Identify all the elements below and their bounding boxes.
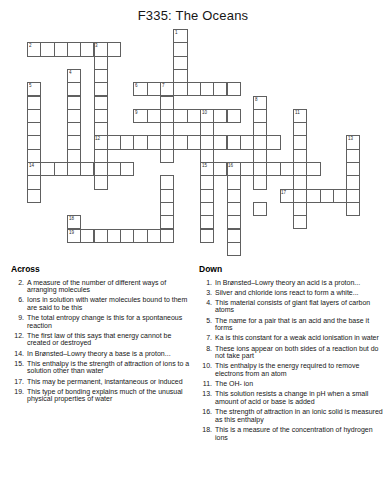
grid-cell[interactable]: 10: [200, 109, 214, 123]
grid-cell[interactable]: [173, 109, 187, 123]
clue-text: Ions in solution with water molecules bo…: [27, 296, 192, 311]
cell-clue-number: 7: [162, 83, 165, 88]
grid-cell[interactable]: [94, 149, 108, 163]
grid-cell[interactable]: 16: [227, 162, 241, 176]
grid-cell[interactable]: [160, 149, 174, 163]
clue-number-label: 17.: [9, 378, 24, 386]
grid-cell[interactable]: [80, 162, 94, 176]
grid-cell[interactable]: [147, 109, 161, 123]
clue-text: The OH- ion: [215, 380, 383, 388]
grid-cell[interactable]: [94, 162, 108, 176]
grid-cell[interactable]: [67, 162, 81, 176]
clue-item: 7.Ka is this constant for a weak acid io…: [197, 334, 383, 342]
cell-clue-number: 5: [29, 83, 32, 88]
clue-item: 8.These ions appear on both sides of a r…: [197, 345, 383, 360]
grid-cell[interactable]: [94, 109, 108, 123]
clue-item: 16.The strength of attraction in an ioni…: [197, 408, 383, 423]
grid-cell[interactable]: [160, 215, 174, 229]
grid-cell[interactable]: [173, 135, 187, 149]
grid-cell[interactable]: [200, 122, 214, 136]
grid-cell[interactable]: 18: [67, 215, 81, 229]
clue-number-label: 14.: [9, 350, 24, 358]
grid-cell[interactable]: 1: [173, 29, 187, 43]
grid-cell[interactable]: [27, 175, 41, 189]
clue-number-label: 8.: [197, 345, 212, 360]
grid-cell[interactable]: [120, 135, 134, 149]
clue-item: 17.This may be permanent, instantaneous …: [9, 378, 192, 386]
grid-cell[interactable]: [200, 215, 214, 229]
grid-cell[interactable]: [213, 162, 227, 176]
grid-cell[interactable]: [293, 215, 307, 229]
grid-cell[interactable]: [253, 202, 267, 216]
clue-text: This type of bonding explains much of th…: [27, 388, 192, 403]
grid-cell[interactable]: [27, 149, 41, 163]
clue-number-label: 2.: [9, 279, 24, 294]
grid-cell[interactable]: [67, 82, 81, 96]
clue-text: The total entropy change is this for a s…: [27, 314, 192, 329]
grid-cell[interactable]: 2: [27, 42, 41, 56]
crossword-page: F335: The Oceans 12345678910111213141516…: [0, 0, 386, 500]
clue-text: This material consists of giant flat lay…: [215, 299, 383, 314]
grid-cell[interactable]: [227, 189, 241, 203]
clue-number-label: 11.: [197, 380, 212, 388]
clue-number-label: 5.: [197, 317, 212, 332]
grid-cell[interactable]: [253, 135, 267, 149]
grid-cell[interactable]: [333, 189, 347, 203]
clue-text: These ions appear on both sides of a rea…: [215, 345, 383, 360]
grid-cell[interactable]: [200, 149, 214, 163]
cell-clue-number: 16: [228, 163, 233, 168]
clue-item: 11.The OH- ion: [197, 380, 383, 388]
grid-cell[interactable]: [346, 175, 360, 189]
grid-cell[interactable]: [160, 202, 174, 216]
cell-clue-number: 10: [202, 110, 207, 115]
grid-cell[interactable]: [200, 189, 214, 203]
grid-cell[interactable]: [293, 162, 307, 176]
clue-number-label: 4.: [197, 299, 212, 314]
grid-cell[interactable]: [147, 82, 161, 96]
grid-cell[interactable]: [54, 42, 68, 56]
grid-cell[interactable]: [266, 162, 280, 176]
across-header: Across: [11, 265, 192, 274]
cell-clue-number: 13: [348, 136, 353, 141]
clue-number-label: 18.: [197, 426, 212, 441]
cell-clue-number: 12: [95, 136, 100, 141]
grid-cell[interactable]: [107, 229, 121, 243]
grid-cell[interactable]: 11: [293, 109, 307, 123]
grid-cell[interactable]: [107, 42, 121, 56]
clue-number-label: 12.: [9, 332, 24, 347]
grid-cell[interactable]: [227, 242, 241, 256]
cell-clue-number: 8: [255, 97, 258, 102]
grid-cell[interactable]: [173, 82, 187, 96]
grid-cell[interactable]: 13: [346, 135, 360, 149]
grid-cell[interactable]: [160, 189, 174, 203]
grid-cell[interactable]: [200, 135, 214, 149]
clue-text: The first law of this says that energy c…: [27, 332, 192, 347]
clue-number-label: 1.: [197, 279, 212, 287]
grid-cell[interactable]: 7: [160, 82, 174, 96]
grid-cell[interactable]: [94, 229, 108, 243]
grid-cell[interactable]: [293, 202, 307, 216]
grid-cell[interactable]: [200, 175, 214, 189]
across-clues-section: Across 2.A measure of the number of diff…: [9, 265, 192, 406]
clue-number-label: 19.: [9, 388, 24, 403]
clue-text: A measure of the number of different way…: [27, 279, 192, 294]
grid-cell[interactable]: [160, 135, 174, 149]
grid-cell[interactable]: [213, 82, 227, 96]
clue-item: 2.A measure of the number of different w…: [9, 279, 192, 294]
grid-cell[interactable]: [346, 189, 360, 203]
clue-item: 9.The total entropy change is this for a…: [9, 314, 192, 329]
grid-cell[interactable]: 8: [253, 96, 267, 110]
grid-cell[interactable]: [27, 96, 41, 110]
grid-cell[interactable]: [147, 135, 161, 149]
grid-cell[interactable]: [80, 229, 94, 243]
grid-cell[interactable]: [240, 162, 254, 176]
grid-cell[interactable]: [200, 82, 214, 96]
cell-clue-number: 2: [29, 43, 32, 48]
clue-number-label: 6.: [9, 296, 24, 311]
clue-item: 18.This is a measure of the concentratio…: [197, 426, 383, 441]
down-clue-list: 1.In Brønsted–Lowry theory an acid is a …: [197, 279, 383, 442]
clue-text: This is a measure of the concentration o…: [215, 426, 383, 441]
clue-item: 15.This enthalpy is the strength of attr…: [9, 360, 192, 375]
grid-cell[interactable]: [160, 122, 174, 136]
grid-cell[interactable]: [240, 135, 254, 149]
cell-clue-number: 3: [95, 43, 98, 48]
grid-cell[interactable]: 6: [133, 82, 147, 96]
clue-number-label: 7.: [197, 334, 212, 342]
clue-item: 6.Ions in solution with water molecules …: [9, 296, 192, 311]
grid-cell[interactable]: [147, 229, 161, 243]
grid-cell[interactable]: [227, 202, 241, 216]
clue-item: 4.This material consists of giant flat l…: [197, 299, 383, 314]
down-header: Down: [199, 265, 383, 274]
grid-cell[interactable]: [54, 162, 68, 176]
grid-cell[interactable]: [227, 109, 241, 123]
clue-text: In Brønsted–Lowry theory an acid is a pr…: [215, 279, 383, 287]
clue-text: This solution resists a change in pH whe…: [215, 390, 383, 405]
grid-cell[interactable]: [27, 189, 41, 203]
grid-cell[interactable]: [200, 202, 214, 216]
grid-cell[interactable]: [120, 229, 134, 243]
grid-cell[interactable]: [227, 215, 241, 229]
clue-item: 13.This solution resists a change in pH …: [197, 390, 383, 405]
grid-cell[interactable]: [227, 229, 241, 243]
grid-cell[interactable]: [280, 162, 294, 176]
clue-text: Ka is this constant for a weak acid ioni…: [215, 334, 383, 342]
cell-clue-number: 11: [295, 110, 300, 115]
grid-cell[interactable]: [253, 109, 267, 123]
grid-cell[interactable]: [227, 135, 241, 149]
grid-cell[interactable]: 17: [280, 189, 294, 203]
grid-cell[interactable]: [133, 229, 147, 243]
cell-clue-number: 17: [281, 190, 286, 195]
grid-cell[interactable]: [293, 122, 307, 136]
grid-cell[interactable]: 4: [67, 69, 81, 83]
grid-cell[interactable]: [306, 162, 320, 176]
clue-item: 19.This type of bonding explains much of…: [9, 388, 192, 403]
clue-text: This enthalpy is the strength of attract…: [27, 360, 192, 375]
grid-cell[interactable]: [320, 189, 334, 203]
cell-clue-number: 18: [69, 216, 74, 221]
grid-cell[interactable]: [94, 122, 108, 136]
clue-number-label: 10.: [197, 362, 212, 377]
cell-clue-number: 1: [175, 30, 178, 35]
clue-item: 5.The name for a pair that is an acid an…: [197, 317, 383, 332]
grid-cell[interactable]: [67, 42, 81, 56]
grid-cell[interactable]: [27, 122, 41, 136]
grid-cell[interactable]: [94, 56, 108, 70]
grid-cell[interactable]: [293, 175, 307, 189]
across-clue-list: 2.A measure of the number of different w…: [9, 279, 192, 403]
grid-cell[interactable]: [107, 162, 121, 176]
grid-cell[interactable]: [160, 96, 174, 110]
grid-cell[interactable]: [306, 189, 320, 203]
grid-cell[interactable]: 15: [200, 162, 214, 176]
grid-cell[interactable]: [227, 82, 241, 96]
grid-cell[interactable]: [346, 149, 360, 163]
cell-clue-number: 4: [69, 70, 72, 75]
grid-cell[interactable]: [27, 109, 41, 123]
cell-clue-number: 19: [69, 230, 74, 235]
clue-item: 1.In Brønsted–Lowry theory an acid is a …: [197, 279, 383, 287]
grid-cell[interactable]: [94, 96, 108, 110]
grid-cell[interactable]: [253, 149, 267, 163]
grid-cell[interactable]: [253, 122, 267, 136]
grid-cell[interactable]: [40, 162, 54, 176]
grid-cell[interactable]: [67, 109, 81, 123]
grid-cell[interactable]: [346, 162, 360, 176]
clue-item: 12.The first law of this says that energ…: [9, 332, 192, 347]
grid-cell[interactable]: [293, 149, 307, 163]
grid-cell[interactable]: [94, 69, 108, 83]
grid-cell[interactable]: 12: [94, 135, 108, 149]
grid-cell[interactable]: [160, 109, 174, 123]
cell-clue-number: 14: [29, 163, 34, 168]
crossword-grid: 12345678910111213141516171819: [27, 29, 375, 259]
grid-cell[interactable]: [227, 175, 241, 189]
grid-cell[interactable]: [173, 42, 187, 56]
grid-cell[interactable]: [160, 175, 174, 189]
grid-cell[interactable]: [253, 175, 267, 189]
grid-cell[interactable]: 3: [94, 42, 108, 56]
grid-cell[interactable]: [266, 135, 280, 149]
grid-cell[interactable]: 9: [133, 109, 147, 123]
clue-number-label: 15.: [9, 360, 24, 375]
clue-text: The strength of attraction in an ionic s…: [215, 408, 383, 423]
clue-number-label: 16.: [197, 408, 212, 423]
grid-cell[interactable]: 19: [67, 229, 81, 243]
clue-number-label: 3.: [197, 289, 212, 297]
grid-cell[interactable]: [187, 135, 201, 149]
clue-text: Silver and chloride ions react to form a…: [215, 289, 383, 297]
grid-cell[interactable]: [67, 149, 81, 163]
down-clues-section: Down 1.In Brønsted–Lowry theory an acid …: [197, 265, 383, 444]
grid-cell[interactable]: [213, 109, 227, 123]
grid-cell[interactable]: [187, 109, 201, 123]
grid-cell[interactable]: [293, 189, 307, 203]
grid-cell[interactable]: [160, 229, 174, 243]
grid-cell[interactable]: [213, 135, 227, 149]
clue-number-label: 13.: [197, 390, 212, 405]
grid-cell[interactable]: [94, 82, 108, 96]
grid-cell[interactable]: [133, 135, 147, 149]
grid-cell[interactable]: [40, 42, 54, 56]
grid-cell[interactable]: [293, 135, 307, 149]
page-title: F335: The Oceans: [0, 8, 386, 23]
clue-text: This may be permanent, instantaneous or …: [27, 378, 192, 386]
grid-cell[interactable]: [67, 122, 81, 136]
grid-cell[interactable]: [27, 135, 41, 149]
cell-clue-number: 9: [135, 110, 138, 115]
clue-text: This enthalpy is the energy required to …: [215, 362, 383, 377]
grid-cell[interactable]: [187, 82, 201, 96]
clue-number-label: 9.: [9, 314, 24, 329]
grid-cell[interactable]: [80, 42, 94, 56]
grid-cell[interactable]: [107, 135, 121, 149]
grid-cell[interactable]: 5: [27, 82, 41, 96]
grid-cell[interactable]: [200, 229, 214, 243]
grid-cell[interactable]: [67, 96, 81, 110]
grid-cell[interactable]: [67, 135, 81, 149]
cell-clue-number: 6: [135, 83, 138, 88]
clue-text: The name for a pair that is an acid and …: [215, 317, 383, 332]
clue-item: 14.In Brønsted–Lowry theory a base is a …: [9, 350, 192, 358]
grid-cell[interactable]: [346, 202, 360, 216]
grid-cell[interactable]: [94, 175, 108, 189]
grid-cell[interactable]: [253, 162, 267, 176]
clue-item: 3.Silver and chloride ions react to form…: [197, 289, 383, 297]
grid-cell[interactable]: [120, 162, 134, 176]
clue-item: 10.This enthalpy is the energy required …: [197, 362, 383, 377]
grid-cell[interactable]: [173, 69, 187, 83]
clue-text: In Brønsted–Lowry theory a base is a pro…: [27, 350, 192, 358]
grid-cell[interactable]: [173, 56, 187, 70]
cell-clue-number: 15: [202, 163, 207, 168]
grid-cell[interactable]: 14: [27, 162, 41, 176]
